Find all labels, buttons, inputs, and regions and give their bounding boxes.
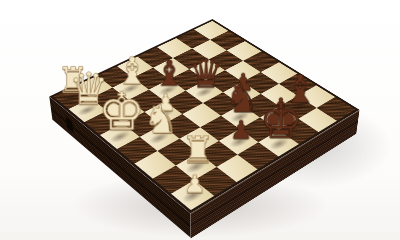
rook-icon: ♜ bbox=[165, 131, 231, 168]
product-photo-scene: ♜♛♚♞♜♝♟♟♝♛♟♞♟♟♝♚ bbox=[0, 0, 400, 240]
pawn-icon: ♟ bbox=[161, 172, 229, 197]
pieces-layer: ♜♛♚♞♜♝♟♟♝♛♟♞♟♟♝♚ bbox=[49, 19, 359, 214]
perspective-wrapper: ♜♛♚♞♜♝♟♟♝♛♟♞♟♟♝♚ bbox=[93, 0, 313, 213]
king-icon: ♚ bbox=[249, 96, 313, 145]
chess-box: ♜♛♚♞♜♝♟♟♝♛♟♞♟♟♝♚ bbox=[49, 19, 359, 214]
